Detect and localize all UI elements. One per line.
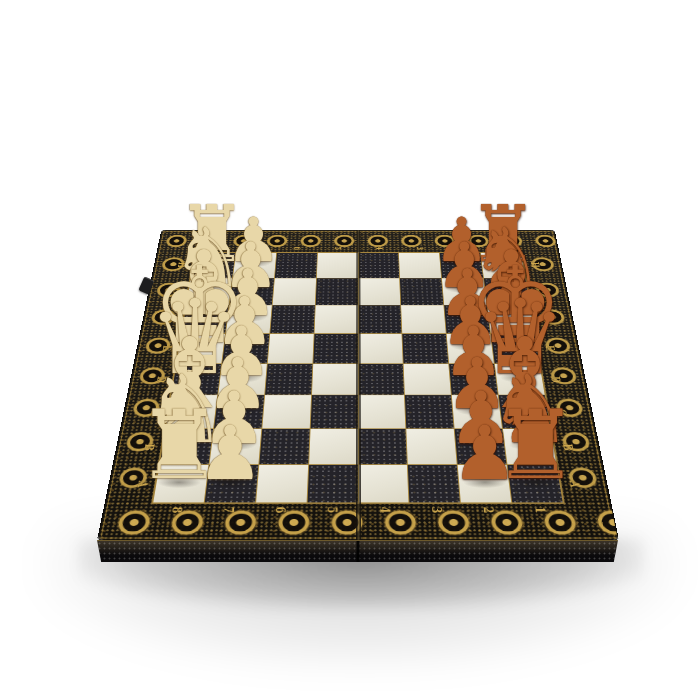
fold-seam-side bbox=[356, 541, 359, 562]
rank-label-near-5: 5 bbox=[325, 507, 338, 514]
square-b5[interactable] bbox=[308, 429, 357, 464]
square-c5[interactable] bbox=[310, 395, 357, 428]
rank-label-near-3: 3 bbox=[429, 507, 442, 514]
square-d5[interactable] bbox=[311, 364, 357, 395]
square-a4[interactable] bbox=[358, 465, 408, 502]
rank-label-near-8: 8 bbox=[169, 507, 183, 514]
piece-copper-pawn-a2[interactable]: ♟ bbox=[451, 417, 518, 492]
rank-label-near-7: 7 bbox=[221, 507, 234, 514]
rank-label-far-5: 5 bbox=[333, 246, 342, 250]
square-b4[interactable] bbox=[358, 429, 407, 464]
square-h5[interactable] bbox=[316, 253, 357, 278]
square-g4[interactable] bbox=[358, 278, 400, 304]
square-h4[interactable] bbox=[358, 253, 399, 278]
rank-label-far-4: 4 bbox=[374, 246, 383, 250]
piece-ivory-pawn-a7[interactable]: ♟ bbox=[197, 417, 264, 492]
square-e5[interactable] bbox=[312, 334, 357, 363]
square-c4[interactable] bbox=[358, 395, 405, 428]
square-f5[interactable] bbox=[314, 305, 357, 333]
square-d4[interactable] bbox=[358, 364, 404, 395]
scene: 8877665544332211AABBCCDDEEFFGGHH ♜♟♜♟♞♟♞… bbox=[0, 0, 700, 700]
square-a5[interactable] bbox=[307, 465, 357, 502]
rank-label-near-4: 4 bbox=[377, 507, 390, 514]
rank-label-near-2: 2 bbox=[481, 507, 494, 514]
rank-label-far-3: 3 bbox=[415, 246, 424, 250]
fold-seam bbox=[355, 230, 360, 540]
square-f4[interactable] bbox=[358, 305, 401, 333]
square-g5[interactable] bbox=[315, 278, 357, 304]
rank-label-near-1: 1 bbox=[533, 507, 547, 514]
rank-label-near-6: 6 bbox=[273, 507, 286, 514]
board-side-edge bbox=[97, 540, 618, 562]
square-e4[interactable] bbox=[358, 334, 403, 363]
rank-label-far-6: 6 bbox=[292, 246, 301, 250]
